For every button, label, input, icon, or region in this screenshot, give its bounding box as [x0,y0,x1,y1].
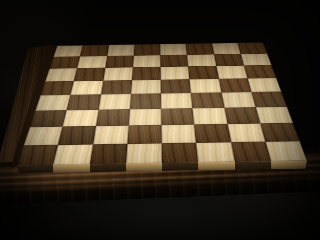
square-b8 [80,45,108,56]
square-a3 [30,110,67,127]
square-h4 [251,92,287,107]
square-d3 [129,109,162,126]
square-f8 [186,43,214,54]
square-f4 [191,93,224,109]
square-c8 [107,44,135,55]
square-b7 [77,56,107,68]
square-d4 [130,93,161,109]
square-e8 [160,44,187,55]
square-c1 [90,144,128,165]
square-f6 [188,66,218,79]
square-c4 [98,94,131,110]
square-d7 [133,55,161,67]
board-assembly [0,0,320,240]
square-h1 [265,141,307,161]
square-c3 [96,109,130,126]
square-e3 [161,108,194,125]
square-c7 [105,55,134,67]
square-e5 [161,79,191,93]
square-a5 [41,81,75,95]
square-d8 [134,44,161,55]
square-g8 [212,43,241,54]
square-h7 [240,53,271,65]
square-d1 [126,143,162,163]
square-b6 [74,68,105,81]
square-f3 [193,108,228,125]
square-h2 [260,123,300,142]
square-a2 [24,127,63,146]
square-e4 [161,93,193,109]
square-f2 [194,124,230,143]
square-g3 [224,107,260,124]
square-b4 [67,94,101,110]
square-h8 [237,42,267,53]
photo-backdrop [0,0,320,240]
square-g1 [231,141,271,161]
square-g6 [216,66,247,79]
square-b1 [53,144,92,165]
square-c5 [101,80,132,94]
square-h3 [255,107,293,124]
square-g2 [227,123,265,142]
square-a4 [35,95,70,111]
square-c2 [93,126,129,145]
square-b2 [58,126,95,145]
square-h6 [244,65,276,78]
square-d2 [127,125,161,144]
square-e6 [161,66,190,79]
square-d6 [132,67,161,80]
square-e7 [160,55,188,67]
square-g7 [214,54,244,66]
square-a7 [50,56,81,68]
square-g5 [218,78,251,92]
square-a8 [54,45,83,56]
square-d5 [131,80,161,94]
square-a1 [17,145,58,166]
chessboard [17,42,307,165]
square-f7 [187,54,216,66]
square-a6 [45,68,77,81]
square-f1 [196,142,234,162]
chessboard-perspective [17,42,307,165]
square-b5 [71,81,103,95]
square-h5 [247,78,281,92]
square-f5 [190,79,222,93]
square-b3 [63,110,99,127]
square-c6 [103,67,133,80]
square-e2 [161,124,196,143]
square-g4 [221,92,255,108]
square-e1 [162,143,199,163]
